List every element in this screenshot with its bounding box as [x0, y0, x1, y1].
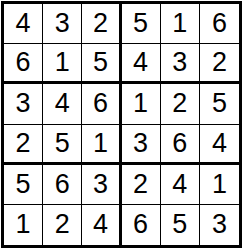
cell-digit: 1	[55, 49, 70, 76]
cell-r6c2[interactable]: 2	[43, 205, 82, 245]
cell-digit: 6	[172, 130, 187, 157]
cell-r3c6[interactable]: 5	[200, 84, 239, 124]
cell-r1c1[interactable]: 4	[4, 4, 43, 44]
cell-r1c3[interactable]: 2	[82, 4, 121, 44]
cell-r5c1[interactable]: 5	[4, 165, 43, 205]
cell-r1c4[interactable]: 5	[122, 4, 161, 44]
cell-r6c5[interactable]: 5	[161, 205, 200, 245]
cell-digit: 4	[172, 171, 187, 198]
cell-digit: 2	[133, 171, 148, 198]
cell-r6c3[interactable]: 4	[82, 205, 121, 245]
cell-r2c2[interactable]: 1	[43, 44, 82, 84]
cell-digit: 1	[16, 211, 31, 238]
cell-digit: 1	[133, 90, 148, 117]
cell-r3c4[interactable]: 1	[122, 84, 161, 124]
cell-digit: 4	[212, 130, 227, 157]
cell-digit: 3	[55, 10, 70, 37]
cell-r2c5[interactable]: 3	[161, 44, 200, 84]
cell-r5c5[interactable]: 4	[161, 165, 200, 205]
cell-digit: 3	[212, 211, 227, 238]
cell-r2c4[interactable]: 4	[122, 44, 161, 84]
cell-r6c1[interactable]: 1	[4, 205, 43, 245]
cell-r5c6[interactable]: 1	[200, 165, 239, 205]
cell-digit: 2	[55, 211, 70, 238]
cell-digit: 3	[16, 90, 31, 117]
cell-digit: 5	[133, 10, 148, 37]
cell-r4c4[interactable]: 3	[122, 125, 161, 165]
cell-digit: 4	[16, 10, 31, 37]
cell-digit: 1	[93, 130, 108, 157]
cell-r4c1[interactable]: 2	[4, 125, 43, 165]
cell-digit: 5	[172, 211, 187, 238]
cell-r3c5[interactable]: 2	[161, 84, 200, 124]
cell-r4c5[interactable]: 6	[161, 125, 200, 165]
cell-digit: 6	[133, 211, 148, 238]
cell-digit: 4	[133, 49, 148, 76]
cell-digit: 6	[16, 49, 31, 76]
cell-digit: 5	[93, 49, 108, 76]
cell-r3c1[interactable]: 3	[4, 84, 43, 124]
cell-r5c2[interactable]: 6	[43, 165, 82, 205]
cell-digit: 2	[93, 10, 108, 37]
cell-r2c6[interactable]: 2	[200, 44, 239, 84]
cell-r6c4[interactable]: 6	[122, 205, 161, 245]
cell-digit: 2	[212, 49, 227, 76]
sudoku-board: 432516615432346125251364563241124653	[1, 1, 242, 248]
cell-r4c3[interactable]: 1	[82, 125, 121, 165]
cell-r5c3[interactable]: 3	[82, 165, 121, 205]
cell-r3c3[interactable]: 6	[82, 84, 121, 124]
cell-r3c2[interactable]: 4	[43, 84, 82, 124]
cell-digit: 1	[172, 10, 187, 37]
cell-digit: 2	[16, 130, 31, 157]
cell-digit: 3	[133, 130, 148, 157]
cell-r5c4[interactable]: 2	[122, 165, 161, 205]
cell-r2c1[interactable]: 6	[4, 44, 43, 84]
cell-r1c6[interactable]: 6	[200, 4, 239, 44]
cell-r4c6[interactable]: 4	[200, 125, 239, 165]
cell-digit: 5	[212, 90, 227, 117]
cell-r1c2[interactable]: 3	[43, 4, 82, 44]
cell-digit: 5	[16, 171, 31, 198]
cell-r6c6[interactable]: 3	[200, 205, 239, 245]
cell-r1c5[interactable]: 1	[161, 4, 200, 44]
cell-digit: 3	[93, 171, 108, 198]
cell-digit: 6	[55, 171, 70, 198]
cell-digit: 6	[212, 10, 227, 37]
cell-r4c2[interactable]: 5	[43, 125, 82, 165]
cell-digit: 4	[93, 211, 108, 238]
cell-digit: 6	[93, 90, 108, 117]
cell-digit: 5	[55, 130, 70, 157]
cell-digit: 4	[55, 90, 70, 117]
cell-r2c3[interactable]: 5	[82, 44, 121, 84]
cell-digit: 3	[172, 49, 187, 76]
cell-digit: 2	[172, 90, 187, 117]
cell-digit: 1	[212, 171, 227, 198]
